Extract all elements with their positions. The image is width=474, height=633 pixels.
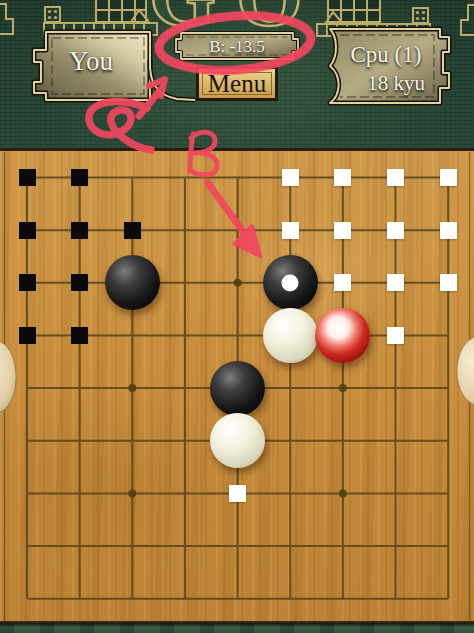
cell-c2-r5[interactable] [53,362,106,415]
cell-c4-r9[interactable] [159,572,212,625]
cell-c8-r3[interactable] [369,256,422,309]
black-territory-marker [71,327,88,344]
white-territory-marker [229,485,246,502]
cell-c2-r9[interactable] [53,572,106,625]
cell-c8-r4[interactable] [369,309,422,362]
cell-c7-r4[interactable] [317,309,370,362]
board-grid [1,151,474,625]
cell-c2-r8[interactable] [53,520,106,573]
menu-button-label: Menu [208,71,266,96]
cell-c4-r7[interactable] [159,467,212,520]
cell-c2-r1[interactable] [53,151,106,204]
cell-c7-r8[interactable] [317,520,370,573]
cell-c1-r2[interactable] [1,204,54,257]
score-label: B: -13.5 [176,37,298,57]
white-territory-marker [334,274,351,291]
cell-c6-r3[interactable] [264,256,317,309]
black-territory-marker [19,169,36,186]
cell-c3-r2[interactable] [106,204,159,257]
cell-c1-r6[interactable] [1,414,54,467]
cell-c1-r9[interactable] [1,572,54,625]
cell-c2-r2[interactable] [53,204,106,257]
cell-c5-r7[interactable] [211,467,264,520]
cell-c8-r6[interactable] [369,414,422,467]
cell-c1-r4[interactable] [1,309,54,362]
white-territory-marker [334,222,351,239]
black-stone [105,255,160,310]
cell-c8-r9[interactable] [369,572,422,625]
cell-c3-r4[interactable] [106,309,159,362]
cell-c4-r3[interactable] [159,256,212,309]
cell-c3-r9[interactable] [106,572,159,625]
cell-c6-r8[interactable] [264,520,317,573]
cell-c9-r5[interactable] [422,362,474,415]
cell-c6-r7[interactable] [264,467,317,520]
cell-c3-r5[interactable] [106,362,159,415]
cell-c6-r2[interactable] [264,204,317,257]
black-territory-marker [71,169,88,186]
cell-c4-r2[interactable] [159,204,212,257]
cell-c3-r1[interactable] [106,151,159,204]
cell-c5-r5[interactable] [211,362,264,415]
cell-c8-r5[interactable] [369,362,422,415]
cell-c5-r6[interactable] [211,414,264,467]
white-territory-marker [282,222,299,239]
cell-c4-r8[interactable] [159,520,212,573]
cell-c2-r4[interactable] [53,309,106,362]
cell-c4-r6[interactable] [159,414,212,467]
app-screen: GO [0,0,474,633]
gold-lattice-left [0,0,157,35]
white-territory-marker [387,274,404,291]
cell-c8-r1[interactable] [369,151,422,204]
cell-c7-r7[interactable] [317,467,370,520]
cell-c9-r1[interactable] [422,151,474,204]
cell-c7-r2[interactable] [317,204,370,257]
white-territory-marker [440,274,457,291]
cell-c5-r4[interactable] [211,309,264,362]
cell-c9-r2[interactable] [422,204,474,257]
white-territory-marker [387,169,404,186]
black-territory-marker [71,274,88,291]
cell-c5-r3[interactable] [211,256,264,309]
white-stone-red-marked [315,308,370,363]
cell-c6-r9[interactable] [264,572,317,625]
annotation-arrow-to-score-shaft [139,89,161,116]
cell-c6-r1[interactable] [264,151,317,204]
black-stone [210,361,265,416]
white-territory-marker [334,169,351,186]
cell-c3-r8[interactable] [106,520,159,573]
cell-c4-r4[interactable] [159,309,212,362]
cell-c7-r6[interactable] [317,414,370,467]
black-territory-marker [19,327,36,344]
annotation-arrow-to-score-head [149,79,165,96]
player-you-label: You [32,46,150,77]
cell-c4-r5[interactable] [159,362,212,415]
cpu-rank-label: 18 kyu [346,71,446,96]
black-territory-marker [19,222,36,239]
white-territory-marker [440,169,457,186]
cell-c1-r3[interactable] [1,256,54,309]
black-territory-marker [19,274,36,291]
cell-c8-r8[interactable] [369,520,422,573]
cell-c1-r5[interactable] [1,362,54,415]
white-territory-marker [282,169,299,186]
cell-c7-r5[interactable] [317,362,370,415]
cell-c6-r5[interactable] [264,362,317,415]
cell-c8-r7[interactable] [369,467,422,520]
black-stone [263,255,318,310]
cell-c6-r6[interactable] [264,414,317,467]
cell-c5-r1[interactable] [211,151,264,204]
white-territory-marker [387,327,404,344]
white-territory-marker [387,222,404,239]
player-cpu-label: Cpu (1) [330,42,442,68]
cell-c2-r6[interactable] [53,414,106,467]
black-territory-marker [124,222,141,239]
cell-c2-r7[interactable] [53,467,106,520]
cell-c7-r9[interactable] [317,572,370,625]
cell-c5-r8[interactable] [211,520,264,573]
cell-c5-r9[interactable] [211,572,264,625]
cell-c4-r1[interactable] [159,151,212,204]
cell-c8-r2[interactable] [369,204,422,257]
cell-c9-r6[interactable] [422,414,474,467]
white-territory-marker [440,222,457,239]
gold-lattice-right [317,0,474,36]
last-move-marker [282,274,299,291]
cell-c7-r1[interactable] [317,151,370,204]
menu-button[interactable]: Menu [196,66,278,101]
white-stone [263,308,318,363]
cell-c5-r2[interactable] [211,204,264,257]
cell-c9-r4[interactable] [422,309,474,362]
cell-c3-r6[interactable] [106,414,159,467]
annotation-squiggle-x [89,102,151,150]
cell-c9-r8[interactable] [422,520,474,573]
cell-c1-r7[interactable] [1,467,54,520]
cell-c1-r8[interactable] [1,520,54,573]
cell-c3-r7[interactable] [106,467,159,520]
cell-c1-r1[interactable] [1,151,54,204]
cell-c7-r3[interactable] [317,256,370,309]
cell-c6-r4[interactable] [264,309,317,362]
cell-c9-r7[interactable] [422,467,474,520]
cell-c3-r3[interactable] [106,256,159,309]
cell-c9-r3[interactable] [422,256,474,309]
white-stone [210,413,265,468]
cell-c9-r9[interactable] [422,572,474,625]
cell-c2-r3[interactable] [53,256,106,309]
black-territory-marker [71,222,88,239]
